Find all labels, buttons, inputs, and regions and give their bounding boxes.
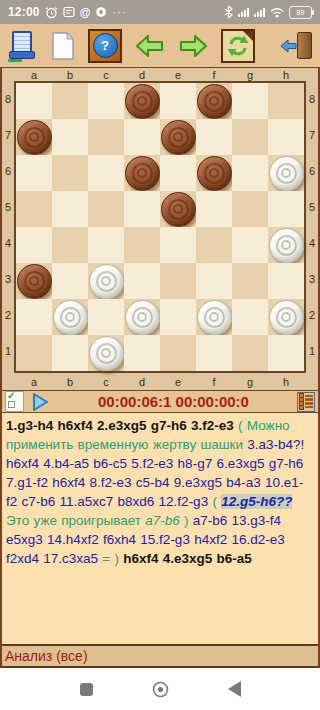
white-man[interactable]	[89, 336, 124, 371]
square-f8[interactable]	[196, 83, 232, 119]
square-g2[interactable]	[232, 299, 268, 335]
white-clock: 00:00:06:1	[98, 393, 171, 410]
rank-label: 7	[2, 117, 14, 153]
file-label: d	[124, 69, 160, 81]
notation-segment[interactable]: (	[212, 494, 221, 509]
square-g7[interactable]	[232, 119, 268, 155]
square-b8[interactable]	[52, 83, 88, 119]
square-a8[interactable]	[16, 83, 52, 119]
play-button[interactable]	[30, 392, 50, 412]
file-labels-bottom: abcdefgh	[2, 373, 318, 390]
rank-label: 7	[306, 117, 318, 153]
square-a7[interactable]	[16, 119, 52, 155]
status-bar: 12:00 @ ··· 89	[0, 0, 320, 24]
square-b2[interactable]	[52, 299, 88, 335]
square-d3[interactable]	[124, 263, 160, 299]
square-g1[interactable]	[232, 335, 268, 371]
file-label: h	[268, 376, 304, 388]
rank-label: 8	[306, 81, 318, 117]
square-a5[interactable]	[16, 191, 52, 227]
file-label: g	[232, 69, 268, 81]
back-move-button[interactable]	[135, 33, 165, 59]
recents-button[interactable]	[80, 683, 93, 696]
app-content: abcdefgh 87654321 87654321 abcdefgh ✓ 00…	[0, 68, 320, 668]
white-man[interactable]	[269, 300, 304, 335]
square-e2[interactable]	[160, 299, 196, 335]
square-f7[interactable]	[196, 119, 232, 155]
square-g5[interactable]	[232, 191, 268, 227]
square-c1[interactable]	[88, 335, 124, 371]
black-clock: 00:00:00:0	[176, 393, 249, 410]
square-h1[interactable]	[268, 335, 304, 371]
analysis-settings-icon[interactable]: ✓	[5, 391, 24, 412]
android-nav-bar	[0, 668, 320, 710]
square-b7[interactable]	[52, 119, 88, 155]
square-h8[interactable]	[268, 83, 304, 119]
square-g3[interactable]	[232, 263, 268, 299]
notation-segment[interactable]: =	[102, 551, 114, 566]
rank-labels-right: 87654321	[306, 81, 318, 373]
square-f4[interactable]	[196, 227, 232, 263]
square-d2[interactable]	[124, 299, 160, 335]
battery-icon: 89	[289, 6, 312, 19]
rank-label: 5	[2, 189, 14, 225]
rank-labels-left: 87654321	[2, 81, 14, 373]
engine-icon	[8, 30, 38, 62]
square-h3[interactable]	[268, 263, 304, 299]
square-e5[interactable]	[160, 191, 196, 227]
notation-segment[interactable]: a7-b6	[145, 513, 180, 528]
white-man[interactable]	[197, 300, 232, 335]
status-right: 89	[224, 5, 312, 19]
file-label: c	[88, 376, 124, 388]
square-g8[interactable]	[232, 83, 268, 119]
white-man[interactable]	[125, 300, 160, 335]
file-label: f	[196, 376, 232, 388]
square-b6[interactable]	[52, 155, 88, 191]
square-b1[interactable]	[52, 335, 88, 371]
board-widget: abcdefgh 87654321 87654321 abcdefgh	[2, 68, 318, 390]
black-man[interactable]	[197, 84, 232, 119]
toolbar: ?	[0, 24, 320, 68]
file-label: b	[52, 69, 88, 81]
home-button[interactable]	[152, 681, 169, 698]
square-b5[interactable]	[52, 191, 88, 227]
square-d8[interactable]	[124, 83, 160, 119]
file-label: h	[268, 69, 304, 81]
square-c4[interactable]	[88, 227, 124, 263]
analysis-label: Анализ (все)	[5, 648, 88, 664]
rank-label: 8	[2, 81, 14, 117]
square-e6[interactable]	[160, 155, 196, 191]
notation-segment[interactable]: )	[180, 513, 193, 528]
file-label: g	[232, 376, 268, 388]
file-label: a	[16, 69, 52, 81]
battery-percent: 89	[297, 9, 305, 16]
more-icon: ···	[112, 6, 126, 18]
square-c3[interactable]	[88, 263, 124, 299]
square-c6[interactable]	[88, 155, 124, 191]
square-c5[interactable]	[88, 191, 124, 227]
black-man[interactable]	[17, 120, 52, 155]
square-f5[interactable]	[196, 191, 232, 227]
rank-label: 1	[306, 333, 318, 369]
notation-segment[interactable]: Это уже проигрывает	[6, 513, 145, 528]
square-e1[interactable]	[160, 335, 196, 371]
bluetooth-icon	[224, 5, 233, 19]
arrow-left-icon	[135, 33, 165, 59]
flip-board-icon	[221, 29, 255, 63]
square-e4[interactable]	[160, 227, 196, 263]
square-f1[interactable]	[196, 335, 232, 371]
square-b3[interactable]	[52, 263, 88, 299]
file-label: a	[16, 376, 52, 388]
square-a4[interactable]	[16, 227, 52, 263]
square-e7[interactable]	[160, 119, 196, 155]
white-man[interactable]	[53, 300, 88, 335]
rank-label: 6	[306, 153, 318, 189]
white-man[interactable]	[269, 156, 304, 191]
rank-label: 4	[2, 225, 14, 261]
square-c2[interactable]	[88, 299, 124, 335]
square-h4[interactable]	[268, 227, 304, 263]
alarm-icon	[45, 6, 58, 19]
square-h7[interactable]	[268, 119, 304, 155]
record-icon	[95, 6, 107, 18]
arrow-right-icon	[178, 33, 208, 59]
back-button[interactable]	[228, 681, 241, 697]
clock-text: 12:00	[8, 5, 40, 19]
square-h2[interactable]	[268, 299, 304, 335]
wifi-icon	[270, 7, 284, 18]
black-man[interactable]	[125, 84, 160, 119]
checkers-board	[14, 81, 306, 373]
engine-button[interactable]	[8, 30, 38, 62]
square-a3[interactable]	[16, 263, 52, 299]
rank-label: 2	[306, 297, 318, 333]
square-f2[interactable]	[196, 299, 232, 335]
square-b4[interactable]	[52, 227, 88, 263]
new-game-button[interactable]	[51, 31, 75, 61]
square-h5[interactable]	[268, 191, 304, 227]
rank-label: 6	[2, 153, 14, 189]
square-c7[interactable]	[88, 119, 124, 155]
square-f3[interactable]	[196, 263, 232, 299]
square-a1[interactable]	[16, 335, 52, 371]
square-d5[interactable]	[124, 191, 160, 227]
square-d7[interactable]	[124, 119, 160, 155]
white-man[interactable]	[269, 228, 304, 263]
status-left: 12:00 @ ···	[8, 5, 126, 19]
square-g4[interactable]	[232, 227, 268, 263]
notation-segment[interactable]: 1.g3-h4 h6xf4 2.e3xg5 g7-h6 3.f2-e3	[6, 418, 238, 433]
square-e3[interactable]	[160, 263, 196, 299]
at-icon: @	[80, 6, 91, 18]
phone-screen: 12:00 @ ··· 89 ?	[0, 0, 320, 710]
square-a6[interactable]	[16, 155, 52, 191]
new-document-icon	[51, 31, 75, 61]
square-c8[interactable]	[88, 83, 124, 119]
moves-list-icon[interactable]	[297, 392, 315, 412]
black-man[interactable]	[125, 156, 160, 191]
black-man[interactable]	[161, 192, 196, 227]
black-man[interactable]	[197, 156, 232, 191]
move-notation[interactable]: 1.g3-h4 h6xf4 2.e3xg5 g7-h6 3.f2-e3 ( Мо…	[2, 413, 318, 644]
black-man[interactable]	[17, 264, 52, 299]
square-a2[interactable]	[16, 299, 52, 335]
analysis-status-bar: Анализ (все)	[2, 644, 318, 668]
square-d6[interactable]	[124, 155, 160, 191]
black-man[interactable]	[161, 120, 196, 155]
square-g6[interactable]	[232, 155, 268, 191]
notation-segment[interactable]: )	[114, 551, 123, 566]
forward-move-button[interactable]	[178, 33, 208, 59]
rank-label: 2	[2, 297, 14, 333]
square-d4[interactable]	[124, 227, 160, 263]
rank-label: 3	[2, 261, 14, 297]
square-d1[interactable]	[124, 335, 160, 371]
rank-label: 1	[2, 333, 14, 369]
file-label: c	[88, 69, 124, 81]
square-f6[interactable]	[196, 155, 232, 191]
rank-label: 5	[306, 189, 318, 225]
rank-label: 3	[306, 261, 318, 297]
sms-icon	[63, 6, 75, 18]
notation-segment[interactable]: h6xf4 4.e3xg5 b6-a5	[123, 551, 252, 566]
notation-segment[interactable]: 12.g5-h6??	[221, 494, 292, 509]
rank-label: 4	[306, 225, 318, 261]
file-label: b	[52, 376, 88, 388]
file-label: e	[160, 376, 196, 388]
file-labels-top: abcdefgh	[2, 68, 318, 81]
file-label: d	[124, 376, 160, 388]
game-clocks: 00:00:06:1 00:00:00:0	[50, 393, 297, 410]
timer-bar: ✓ 00:00:06:1 00:00:00:0	[2, 390, 318, 413]
signal-bars-icon	[254, 8, 265, 17]
square-h6[interactable]	[268, 155, 304, 191]
signal-bars-icon	[238, 8, 249, 17]
flip-board-button[interactable]	[221, 29, 255, 63]
exit-button[interactable]	[280, 32, 312, 59]
white-man[interactable]	[89, 264, 124, 299]
help-button[interactable]: ?	[88, 29, 122, 63]
square-e8[interactable]	[160, 83, 196, 119]
exit-door-icon	[280, 32, 312, 59]
help-icon: ?	[88, 29, 122, 63]
file-label: f	[196, 69, 232, 81]
file-label: e	[160, 69, 196, 81]
